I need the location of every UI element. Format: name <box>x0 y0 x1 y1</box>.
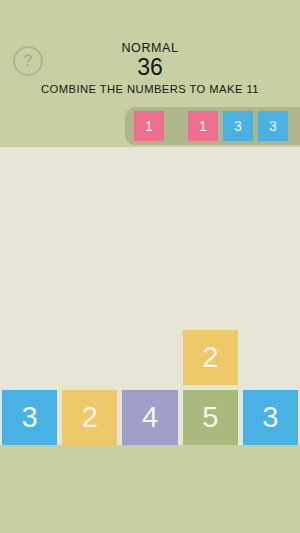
queue-tray: 1133 <box>125 107 300 145</box>
queue-tile-3: 3 <box>258 111 288 141</box>
score-value: 36 <box>0 54 300 82</box>
board-tile-3[interactable]: 3 <box>2 390 57 445</box>
board-cell-empty-r1c4[interactable] <box>183 150 238 205</box>
board-cell-empty-r2c3[interactable] <box>122 210 177 265</box>
header: ? NORMAL 36 COMBINE THE NUMBERS TO MAKE … <box>0 0 300 147</box>
board-cell-empty-r2c2[interactable] <box>62 210 117 265</box>
board-cell-empty-r2c4[interactable] <box>183 210 238 265</box>
board-cell-empty-r1c1[interactable] <box>2 150 57 205</box>
board-cell-empty-r3c3[interactable] <box>122 270 177 325</box>
game-screen: ? NORMAL 36 COMBINE THE NUMBERS TO MAKE … <box>0 0 300 533</box>
queue-tile-1: 1 <box>134 111 164 141</box>
board-cell-empty-r4c3[interactable] <box>122 330 177 385</box>
board-tile-3[interactable]: 3 <box>243 390 298 445</box>
queue-tile-3: 3 <box>223 111 253 141</box>
board-cell-empty-r4c1[interactable] <box>2 330 57 385</box>
board-cell-empty-r1c5[interactable] <box>243 150 298 205</box>
footer-strip <box>0 445 300 533</box>
board-grid: 232453 <box>2 150 298 445</box>
board-cell-empty-r4c2[interactable] <box>62 330 117 385</box>
board-cell-empty-r2c5[interactable] <box>243 210 298 265</box>
board-tile-2[interactable]: 2 <box>183 330 238 385</box>
board-cell-empty-r1c3[interactable] <box>122 150 177 205</box>
board-cell-empty-r3c5[interactable] <box>243 270 298 325</box>
board-cell-empty-r3c4[interactable] <box>183 270 238 325</box>
board-tile-5[interactable]: 5 <box>183 390 238 445</box>
board-tile-4[interactable]: 4 <box>122 390 177 445</box>
instruction-text: COMBINE THE NUMBERS TO MAKE 11 <box>0 83 300 96</box>
board-cell-empty-r3c2[interactable] <box>62 270 117 325</box>
board-cell-empty-r3c1[interactable] <box>2 270 57 325</box>
board-cell-empty-r2c1[interactable] <box>2 210 57 265</box>
playfield[interactable]: 232453 <box>0 147 300 445</box>
board-tile-2[interactable]: 2 <box>62 390 117 445</box>
queue-tile-1: 1 <box>188 111 218 141</box>
board-cell-empty-r4c5[interactable] <box>243 330 298 385</box>
queue-slot-empty <box>169 111 183 141</box>
board-cell-empty-r1c2[interactable] <box>62 150 117 205</box>
